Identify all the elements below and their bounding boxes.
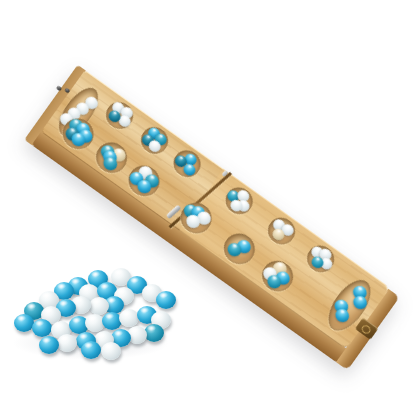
glass-bead-blue <box>14 314 34 332</box>
glass-bead-blue <box>39 336 59 354</box>
glass-bead-blue <box>156 291 176 309</box>
glass-bead-blue <box>81 341 101 359</box>
product-photo-scene <box>0 0 420 420</box>
glass-bead-teal <box>144 324 164 342</box>
glass-bead-blue <box>32 319 52 337</box>
glass-bead-clear <box>119 309 139 327</box>
glass-bead-clear <box>57 334 77 352</box>
glass-bead-clear <box>101 342 121 360</box>
bead-pile <box>0 0 420 420</box>
